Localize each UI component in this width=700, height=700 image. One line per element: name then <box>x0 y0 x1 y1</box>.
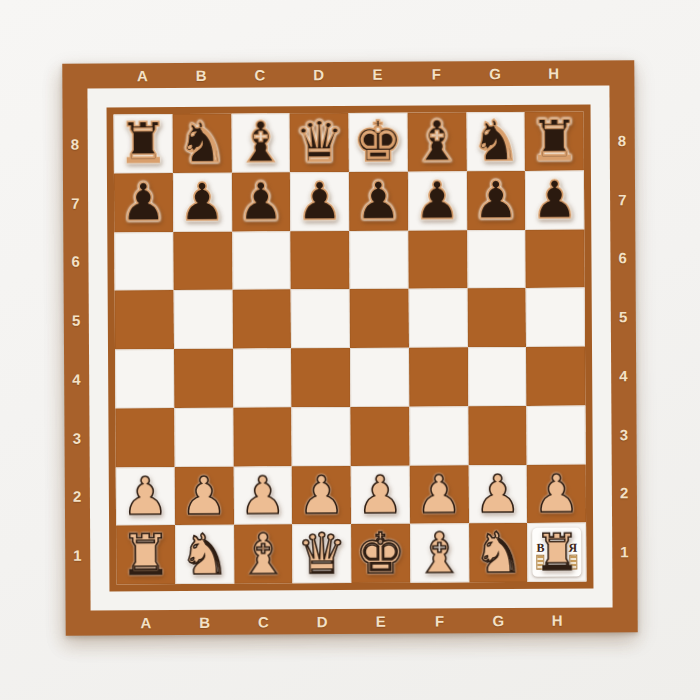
square-b8[interactable]: ♞ <box>172 114 231 173</box>
black-bishop-piece-icon[interactable]: ♝ <box>412 114 463 170</box>
file-label: F <box>410 608 469 633</box>
square-a3[interactable] <box>115 408 174 467</box>
white-queen-piece-icon[interactable]: ♛ <box>297 526 348 582</box>
square-d6[interactable] <box>291 231 350 290</box>
square-g1[interactable]: ♞ <box>469 523 528 582</box>
black-pawn-piece-icon[interactable]: ♟ <box>120 176 167 228</box>
rank-label: 6 <box>63 232 88 291</box>
rank-label: 7 <box>610 170 635 229</box>
rank-label: 8 <box>610 111 635 170</box>
square-d5[interactable] <box>291 289 350 348</box>
square-b5[interactable] <box>173 290 232 349</box>
rank-label: 8 <box>63 115 88 174</box>
file-label: E <box>352 609 411 634</box>
square-b7[interactable]: ♟ <box>173 172 232 231</box>
file-label: G <box>466 61 525 86</box>
square-f3[interactable] <box>409 406 468 465</box>
square-e3[interactable] <box>350 406 409 465</box>
square-f5[interactable] <box>408 289 467 348</box>
file-label: D <box>290 62 349 87</box>
white-king-piece-icon[interactable]: ♚ <box>355 525 406 581</box>
square-c3[interactable] <box>233 407 292 466</box>
square-c1[interactable]: ♝ <box>234 525 293 584</box>
square-e6[interactable] <box>349 230 408 289</box>
square-f1[interactable]: ♝ <box>410 524 469 583</box>
square-h2[interactable]: ♟ <box>527 464 586 523</box>
file-label: B <box>175 610 234 635</box>
file-label: H <box>524 61 583 86</box>
square-h5[interactable] <box>526 288 585 347</box>
rank-label: 4 <box>611 346 636 405</box>
square-g3[interactable] <box>468 406 527 465</box>
white-knight-piece-icon[interactable]: ♞ <box>473 525 524 581</box>
square-e1[interactable]: ♚ <box>351 524 410 583</box>
inner-white-band: ♜♞♝♛♚♝♞♜♟♟♟♟♟♟♟♟♟♟♟♟♟♟♟♟♜♞♝♛♚♝♞ВЯ♜ <box>87 85 612 610</box>
rank-label: 2 <box>65 467 90 526</box>
square-f8[interactable]: ♝ <box>407 112 466 171</box>
square-g5[interactable] <box>467 288 526 347</box>
square-h7[interactable]: ♟ <box>525 170 584 229</box>
file-labels-bottom: A B C D E F G H <box>117 608 587 636</box>
square-d7[interactable]: ♟ <box>290 172 349 231</box>
square-b2[interactable]: ♟ <box>174 466 233 525</box>
rank-label: 3 <box>64 408 89 467</box>
black-pawn-piece-icon[interactable]: ♟ <box>296 175 343 227</box>
black-rook-piece-icon[interactable]: ♜ <box>118 115 169 171</box>
square-g7[interactable]: ♟ <box>466 171 525 230</box>
rank-label: 4 <box>64 350 89 409</box>
file-label: G <box>469 608 528 633</box>
rank-label: 1 <box>612 522 637 581</box>
white-pawn-piece-icon[interactable]: ♟ <box>533 467 580 519</box>
square-h6[interactable] <box>526 229 585 288</box>
square-e8[interactable]: ♚ <box>349 113 408 172</box>
white-pawn-piece-icon[interactable]: ♟ <box>181 470 228 522</box>
square-f4[interactable] <box>409 347 468 406</box>
square-f7[interactable]: ♟ <box>408 171 467 230</box>
black-pawn-piece-icon[interactable]: ♟ <box>473 174 520 226</box>
white-pawn-piece-icon[interactable]: ♟ <box>298 469 345 521</box>
black-knight-piece-icon[interactable]: ♞ <box>177 115 228 171</box>
white-pawn-piece-icon[interactable]: ♟ <box>357 469 404 521</box>
square-c7[interactable]: ♟ <box>231 172 290 231</box>
white-bishop-piece-icon[interactable]: ♝ <box>238 526 289 582</box>
square-f6[interactable] <box>408 230 467 289</box>
square-d1[interactable]: ♛ <box>292 524 351 583</box>
square-a6[interactable] <box>114 232 173 291</box>
square-a7[interactable]: ♟ <box>114 173 173 232</box>
file-label: F <box>407 61 466 86</box>
square-c2[interactable]: ♟ <box>233 466 292 525</box>
white-rook-piece-icon[interactable]: ♜ <box>120 527 171 583</box>
white-pawn-piece-icon[interactable]: ♟ <box>474 468 521 520</box>
square-b6[interactable] <box>173 231 232 290</box>
square-b3[interactable] <box>174 407 233 466</box>
file-label: C <box>234 609 293 634</box>
square-a2[interactable]: ♟ <box>116 467 175 526</box>
black-pawn-piece-icon[interactable]: ♟ <box>179 176 226 228</box>
square-c5[interactable] <box>232 290 291 349</box>
file-label: A <box>113 63 172 88</box>
square-h3[interactable] <box>527 405 586 464</box>
rank-label: 1 <box>65 526 90 585</box>
square-d2[interactable]: ♟ <box>292 465 351 524</box>
square-g2[interactable]: ♟ <box>468 464 527 523</box>
square-h8[interactable]: ♜ <box>525 112 584 171</box>
file-label: B <box>172 63 231 88</box>
file-label: H <box>528 608 587 633</box>
white-pawn-piece-icon[interactable]: ♟ <box>416 468 463 520</box>
file-label: E <box>348 62 407 87</box>
black-pawn-piece-icon[interactable]: ♟ <box>531 174 578 226</box>
file-label: A <box>117 610 176 635</box>
square-e4[interactable] <box>350 348 409 407</box>
black-queen-piece-icon[interactable]: ♛ <box>294 114 345 170</box>
black-pawn-piece-icon[interactable]: ♟ <box>238 176 285 228</box>
black-king-piece-icon[interactable]: ♚ <box>353 114 404 170</box>
white-bishop-piece-icon[interactable]: ♝ <box>414 525 465 581</box>
square-a5[interactable] <box>115 290 174 349</box>
file-labels-top: A B C D E F G H <box>113 61 583 89</box>
square-e2[interactable]: ♟ <box>351 465 410 524</box>
square-d4[interactable] <box>291 348 350 407</box>
rank-label: 5 <box>611 288 636 347</box>
black-pawn-piece-icon[interactable]: ♟ <box>355 175 402 227</box>
photo-background: A B C D E F G H A B C D E F G H 8 7 6 5 … <box>0 0 700 700</box>
black-bishop-piece-icon[interactable]: ♝ <box>235 115 286 171</box>
square-a1[interactable]: ♜ <box>116 525 175 584</box>
chess-board: A B C D E F G H A B C D E F G H 8 7 6 5 … <box>62 60 637 635</box>
rank-label: 7 <box>63 173 88 232</box>
square-c8[interactable]: ♝ <box>231 113 290 172</box>
white-knight-piece-icon[interactable]: ♞ <box>179 526 230 582</box>
rank-label: 2 <box>612 464 637 523</box>
rank-labels-left: 8 7 6 5 4 3 2 1 <box>63 115 91 585</box>
square-d3[interactable] <box>292 407 351 466</box>
rank-label: 3 <box>611 405 636 464</box>
black-rook-piece-icon[interactable]: ♜ <box>529 113 580 169</box>
rank-label: 6 <box>610 229 635 288</box>
square-e7[interactable]: ♟ <box>349 171 408 230</box>
rank-label: 5 <box>64 291 89 350</box>
square-d8[interactable]: ♛ <box>290 113 349 172</box>
squares-grid: ♜♞♝♛♚♝♞♜♟♟♟♟♟♟♟♟♟♟♟♟♟♟♟♟♜♞♝♛♚♝♞ВЯ♜ <box>114 112 587 585</box>
square-g4[interactable] <box>467 347 526 406</box>
square-a8[interactable]: ♜ <box>114 114 173 173</box>
black-knight-piece-icon[interactable]: ♞ <box>470 113 521 169</box>
square-c4[interactable] <box>233 348 292 407</box>
file-label: D <box>293 609 352 634</box>
square-e5[interactable] <box>350 289 409 348</box>
black-pawn-piece-icon[interactable]: ♟ <box>414 174 461 226</box>
square-h1[interactable]: ВЯ♜ <box>527 523 586 582</box>
white-pawn-piece-icon[interactable]: ♟ <box>122 470 169 522</box>
square-a4[interactable] <box>115 349 174 408</box>
square-h4[interactable] <box>526 347 585 406</box>
square-g6[interactable] <box>467 229 526 288</box>
file-label: C <box>231 62 290 87</box>
square-b1[interactable]: ♞ <box>175 525 234 584</box>
square-b4[interactable] <box>174 349 233 408</box>
white-pawn-piece-icon[interactable]: ♟ <box>239 469 286 521</box>
playing-field: ♜♞♝♛♚♝♞♜♟♟♟♟♟♟♟♟♟♟♟♟♟♟♟♟♜♞♝♛♚♝♞ВЯ♜ <box>107 105 594 592</box>
square-g8[interactable]: ♞ <box>466 112 525 171</box>
square-c6[interactable] <box>232 231 291 290</box>
rank-labels-right: 8 7 6 5 4 3 2 1 <box>610 111 638 581</box>
white-rook-piece-icon[interactable]: ♜ <box>534 527 579 577</box>
square-f2[interactable]: ♟ <box>409 465 468 524</box>
